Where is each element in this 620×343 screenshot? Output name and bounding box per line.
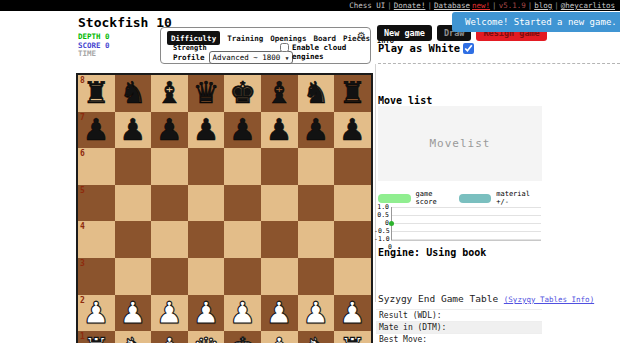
- engine-header: Stockfish 10 DEPTH 0 SCORE 0 TIME: [78, 15, 172, 59]
- tab-openings[interactable]: Openings: [270, 34, 306, 43]
- white-rook-piece[interactable]: ♜: [83, 334, 110, 343]
- ytick-2: 0.5: [374, 212, 389, 219]
- white-knight-piece[interactable]: ♞: [302, 334, 329, 343]
- enable-cloud-checkbox[interactable]: [280, 43, 289, 52]
- square-g6[interactable]: [298, 148, 335, 185]
- black-pawn-piece[interactable]: ♟: [156, 115, 183, 145]
- game-score-point: [389, 221, 394, 226]
- white-pawn-piece[interactable]: ♟: [229, 298, 256, 328]
- square-b6[interactable]: [115, 148, 152, 185]
- move-list-title: Move list: [378, 95, 432, 106]
- new-badge: new!: [472, 1, 490, 10]
- square-d7[interactable]: ♟: [188, 112, 225, 149]
- vertical-separator: [375, 64, 376, 302]
- white-king-piece[interactable]: ♚: [229, 334, 256, 343]
- ytick-3: 0: [374, 220, 389, 227]
- engine-status: Engine: Using book: [378, 247, 486, 258]
- chess-board: 8♜♞♝♛♚♝♞♜7♟♟♟♟♟♟♟♟65432♟♟♟♟♟♟♟♟1♜♞♝♛♚♝♞♜: [78, 75, 371, 343]
- square-h2[interactable]: ♟: [334, 295, 371, 332]
- white-knight-piece[interactable]: ♞: [119, 334, 146, 343]
- syzygy-info-link[interactable]: (Syzygy Tables Info): [504, 295, 594, 304]
- profile-label: Profile: [173, 53, 205, 62]
- square-e7[interactable]: ♟: [224, 112, 261, 149]
- square-e1[interactable]: ♚: [224, 331, 261, 343]
- rank-label-7: 7: [80, 113, 85, 122]
- black-rook-piece[interactable]: ♜: [339, 78, 366, 108]
- welcome-toast: Welcome! Started a new game.: [452, 12, 620, 32]
- square-h4[interactable]: [334, 221, 371, 258]
- tab-training[interactable]: Training: [227, 34, 263, 43]
- square-g1[interactable]: ♞: [298, 331, 335, 343]
- square-f1[interactable]: ♝: [261, 331, 298, 343]
- play-as-white-checkbox[interactable]: [463, 43, 474, 54]
- brand-label: Chess UI: [349, 1, 385, 10]
- enable-cloud-label: Enable cloud engines: [292, 43, 354, 61]
- syzygy-row-bestmove: Best Move:: [376, 333, 542, 343]
- square-b1[interactable]: ♞: [115, 331, 152, 343]
- rank-label-6: 6: [80, 149, 85, 158]
- black-bishop-piece[interactable]: ♝: [266, 78, 293, 108]
- black-pawn-piece[interactable]: ♟: [119, 115, 146, 145]
- ytick-4: -0.5: [374, 228, 389, 235]
- square-f4[interactable]: [261, 221, 298, 258]
- square-f6[interactable]: [261, 148, 298, 185]
- black-king-piece[interactable]: ♚: [229, 78, 256, 108]
- square-d1[interactable]: ♛: [188, 331, 225, 343]
- square-c5[interactable]: [151, 185, 188, 222]
- square-h5[interactable]: [334, 185, 371, 222]
- square-f2[interactable]: ♟: [261, 295, 298, 332]
- rank-label-1: 1: [80, 332, 85, 341]
- engine-name: Stockfish 10: [78, 15, 172, 30]
- square-e3[interactable]: [224, 258, 261, 295]
- square-d5[interactable]: [188, 185, 225, 222]
- square-d8[interactable]: ♛: [188, 75, 225, 112]
- ytick-1: 1.0: [374, 204, 389, 211]
- square-h3[interactable]: [334, 258, 371, 295]
- square-e5[interactable]: [224, 185, 261, 222]
- play-as-white-label: Play as White: [378, 42, 460, 54]
- board-frame: 8♜♞♝♛♚♝♞♜7♟♟♟♟♟♟♟♟65432♟♟♟♟♟♟♟♟1♜♞♝♛♚♝♞♜: [76, 73, 373, 343]
- white-pawn-piece[interactable]: ♟: [83, 298, 110, 328]
- move-list-box: Movelist: [378, 106, 542, 181]
- square-a8[interactable]: 8♜: [78, 75, 115, 112]
- x-axis: [391, 240, 541, 241]
- square-a3[interactable]: 3: [78, 258, 115, 295]
- square-f8[interactable]: ♝: [261, 75, 298, 112]
- white-pawn-piece[interactable]: ♟: [266, 298, 293, 328]
- square-h8[interactable]: ♜: [334, 75, 371, 112]
- horizontal-separator: [378, 63, 620, 64]
- black-pawn-piece[interactable]: ♟: [229, 115, 256, 145]
- square-h7[interactable]: ♟: [334, 112, 371, 149]
- square-e4[interactable]: [224, 221, 261, 258]
- time-stat: TIME: [78, 50, 172, 59]
- square-g2[interactable]: ♟: [298, 295, 335, 332]
- syzygy-row-result: Result (WDL):: [376, 309, 542, 321]
- database-link[interactable]: Database: [434, 1, 470, 10]
- ytick-5: -1.0: [374, 236, 389, 243]
- white-bishop-piece[interactable]: ♝: [156, 334, 183, 343]
- white-pawn-piece[interactable]: ♟: [119, 298, 146, 328]
- white-queen-piece[interactable]: ♛: [193, 334, 220, 343]
- square-a4[interactable]: 4: [78, 221, 115, 258]
- square-f7[interactable]: ♟: [261, 112, 298, 149]
- square-e6[interactable]: [224, 148, 261, 185]
- square-c4[interactable]: [151, 221, 188, 258]
- black-pawn-piece[interactable]: ♟: [83, 115, 110, 145]
- square-c1[interactable]: ♝: [151, 331, 188, 343]
- square-a6[interactable]: 6: [78, 148, 115, 185]
- black-pawn-piece[interactable]: ♟: [302, 115, 329, 145]
- square-g3[interactable]: [298, 258, 335, 295]
- syzygy-row-mate: Mate in (DTM):: [376, 321, 542, 333]
- white-pawn-piece[interactable]: ♟: [302, 298, 329, 328]
- black-knight-piece[interactable]: ♞: [302, 78, 329, 108]
- square-e2[interactable]: ♟: [224, 295, 261, 332]
- white-rook-piece[interactable]: ♜: [339, 334, 366, 343]
- new-game-button[interactable]: New game: [377, 25, 432, 41]
- material-swatch: [459, 194, 492, 203]
- settings-panel: Difficulty Training Openings Board Piece…: [160, 27, 371, 64]
- square-a7[interactable]: 7♟: [78, 112, 115, 149]
- white-pawn-piece[interactable]: ♟: [156, 298, 183, 328]
- blog-link[interactable]: blog: [534, 1, 552, 10]
- syzygy-table: Result (WDL): Mate in (DTM): Best Move:: [376, 309, 542, 343]
- square-d4[interactable]: [188, 221, 225, 258]
- game-score-swatch: [378, 194, 411, 203]
- square-c3[interactable]: [151, 258, 188, 295]
- square-g8[interactable]: ♞: [298, 75, 335, 112]
- top-nav-bar: Chess UI|Donate!|Databasenew!|v5.1.9|blo…: [0, 0, 620, 11]
- square-d2[interactable]: ♟: [188, 295, 225, 332]
- gear-icon[interactable]: ⚙: [357, 31, 366, 41]
- square-b7[interactable]: ♟: [115, 112, 152, 149]
- rank-label-5: 5: [80, 186, 85, 195]
- rank-label-8: 8: [80, 76, 85, 85]
- square-g5[interactable]: [298, 185, 335, 222]
- white-bishop-piece[interactable]: ♝: [266, 334, 293, 343]
- square-e8[interactable]: ♚: [224, 75, 261, 112]
- square-h6[interactable]: [334, 148, 371, 185]
- square-c2[interactable]: ♟: [151, 295, 188, 332]
- black-pawn-piece[interactable]: ♟: [266, 115, 293, 145]
- square-f5[interactable]: [261, 185, 298, 222]
- rank-label-3: 3: [80, 259, 85, 268]
- square-d6[interactable]: [188, 148, 225, 185]
- black-bishop-piece[interactable]: ♝: [156, 78, 183, 108]
- black-pawn-piece[interactable]: ♟: [339, 115, 366, 145]
- black-knight-piece[interactable]: ♞: [119, 78, 146, 108]
- square-g7[interactable]: ♟: [298, 112, 335, 149]
- white-pawn-piece[interactable]: ♟: [339, 298, 366, 328]
- white-pawn-piece[interactable]: ♟: [193, 298, 220, 328]
- black-pawn-piece[interactable]: ♟: [193, 115, 220, 145]
- square-b3[interactable]: [115, 258, 152, 295]
- square-c7[interactable]: ♟: [151, 112, 188, 149]
- donate-link[interactable]: Donate!: [394, 1, 426, 10]
- version-label: v5.1.9: [499, 1, 526, 10]
- square-g4[interactable]: [298, 221, 335, 258]
- square-h1[interactable]: ♜: [334, 331, 371, 343]
- move-list-placeholder: Movelist: [430, 137, 491, 150]
- score-chart: 1.0 0.5 0 -0.5 -1.0 0: [374, 203, 544, 251]
- square-b8[interactable]: ♞: [115, 75, 152, 112]
- square-a5[interactable]: 5: [78, 185, 115, 222]
- square-a1[interactable]: 1♜: [78, 331, 115, 343]
- square-c8[interactable]: ♝: [151, 75, 188, 112]
- square-f3[interactable]: [261, 258, 298, 295]
- author-handle-link[interactable]: @heycarlitos: [561, 1, 615, 10]
- square-b5[interactable]: [115, 185, 152, 222]
- square-b4[interactable]: [115, 221, 152, 258]
- square-b2[interactable]: ♟: [115, 295, 152, 332]
- rank-label-2: 2: [80, 296, 85, 305]
- tab-board[interactable]: Board: [313, 34, 336, 43]
- square-a2[interactable]: 2♟: [78, 295, 115, 332]
- square-d3[interactable]: [188, 258, 225, 295]
- square-c6[interactable]: [151, 148, 188, 185]
- black-queen-piece[interactable]: ♛: [193, 78, 220, 108]
- rank-label-4: 4: [80, 222, 85, 231]
- black-rook-piece[interactable]: ♜: [83, 78, 110, 108]
- syzygy-title: Syzygy End Game Table (Syzygy Tables Inf…: [378, 293, 594, 304]
